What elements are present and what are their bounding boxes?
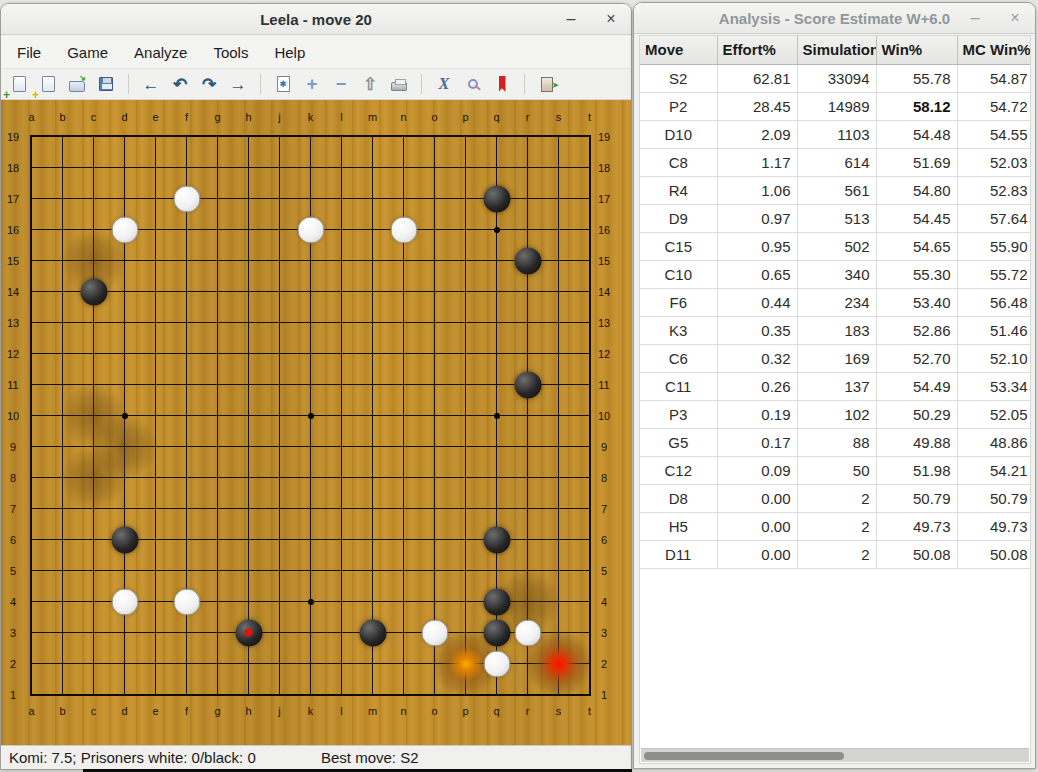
board-point-p8[interactable]	[450, 462, 481, 493]
board-point-g10[interactable]	[202, 400, 233, 431]
board-point-r5[interactable]	[512, 555, 543, 586]
board-point-l9[interactable]	[326, 431, 357, 462]
board-point-h9[interactable]	[233, 431, 264, 462]
board-point-p15[interactable]	[450, 245, 481, 276]
board-point-n8[interactable]	[388, 462, 419, 493]
board-point-g6[interactable]	[202, 524, 233, 555]
board-point-d14[interactable]	[109, 276, 140, 307]
board-point-c4[interactable]	[78, 586, 109, 617]
board-point-p19[interactable]	[450, 121, 481, 152]
board-point-h8[interactable]	[233, 462, 264, 493]
board-point-n5[interactable]	[388, 555, 419, 586]
board-point-h16[interactable]	[233, 214, 264, 245]
board-point-d16[interactable]	[109, 214, 140, 245]
board-point-a10[interactable]	[16, 400, 47, 431]
board-point-n6[interactable]	[388, 524, 419, 555]
analysis-row-d10[interactable]: D102.09110354.4854.55	[640, 120, 1031, 148]
board-point-p9[interactable]	[450, 431, 481, 462]
board-point-e8[interactable]	[140, 462, 171, 493]
minimize-button[interactable]: –	[967, 9, 983, 27]
board-point-q9[interactable]	[481, 431, 512, 462]
board-point-l3[interactable]	[326, 617, 357, 648]
board-point-k14[interactable]	[295, 276, 326, 307]
board-point-p7[interactable]	[450, 493, 481, 524]
board-point-k19[interactable]	[295, 121, 326, 152]
analysis-row-c15[interactable]: C150.9550254.6555.90	[640, 232, 1031, 260]
board-point-k4[interactable]	[295, 586, 326, 617]
board-point-q12[interactable]	[481, 338, 512, 369]
board-point-n10[interactable]	[388, 400, 419, 431]
board-point-p14[interactable]	[450, 276, 481, 307]
board-point-b17[interactable]	[47, 183, 78, 214]
board-point-o10[interactable]	[419, 400, 450, 431]
board-point-g8[interactable]	[202, 462, 233, 493]
board-point-f18[interactable]	[171, 152, 202, 183]
board-point-r8[interactable]	[512, 462, 543, 493]
board-point-q13[interactable]	[481, 307, 512, 338]
board-point-r14[interactable]	[512, 276, 543, 307]
board-point-a5[interactable]	[16, 555, 47, 586]
board-point-m18[interactable]	[357, 152, 388, 183]
board-point-s10[interactable]	[543, 400, 574, 431]
close-button[interactable]: ×	[603, 10, 619, 28]
board-point-o3[interactable]	[419, 617, 450, 648]
board-point-b13[interactable]	[47, 307, 78, 338]
board-point-f10[interactable]	[171, 400, 202, 431]
zoom-in-icon[interactable]: +	[300, 72, 324, 96]
board-point-s11[interactable]	[543, 369, 574, 400]
column-header-win[interactable]: Win%	[876, 36, 957, 64]
board-point-a8[interactable]	[16, 462, 47, 493]
board-point-n18[interactable]	[388, 152, 419, 183]
board-point-f15[interactable]	[171, 245, 202, 276]
board-point-a19[interactable]	[16, 121, 47, 152]
board-point-c10[interactable]	[78, 400, 109, 431]
board-point-b2[interactable]	[47, 648, 78, 679]
board-point-q19[interactable]	[481, 121, 512, 152]
analysis-row-c6[interactable]: C60.3216952.7052.10	[640, 344, 1031, 372]
board-point-g19[interactable]	[202, 121, 233, 152]
board-point-m6[interactable]	[357, 524, 388, 555]
board-point-q2[interactable]	[481, 648, 512, 679]
board-point-e11[interactable]	[140, 369, 171, 400]
board-point-d6[interactable]	[109, 524, 140, 555]
board-point-m11[interactable]	[357, 369, 388, 400]
board-point-c15[interactable]	[78, 245, 109, 276]
board-point-b7[interactable]	[47, 493, 78, 524]
board-point-j6[interactable]	[264, 524, 295, 555]
board-point-h14[interactable]	[233, 276, 264, 307]
board-point-l16[interactable]	[326, 214, 357, 245]
board-point-n12[interactable]	[388, 338, 419, 369]
open-file-icon[interactable]	[65, 72, 89, 96]
board-point-j19[interactable]	[264, 121, 295, 152]
board-point-f8[interactable]	[171, 462, 202, 493]
board-point-f12[interactable]	[171, 338, 202, 369]
board-point-g3[interactable]	[202, 617, 233, 648]
board-point-k16[interactable]	[295, 214, 326, 245]
board-point-n15[interactable]	[388, 245, 419, 276]
board-point-e3[interactable]	[140, 617, 171, 648]
board-point-f16[interactable]	[171, 214, 202, 245]
board-point-e19[interactable]	[140, 121, 171, 152]
board-point-k11[interactable]	[295, 369, 326, 400]
board-point-r10[interactable]	[512, 400, 543, 431]
board-point-d17[interactable]	[109, 183, 140, 214]
board-point-m19[interactable]	[357, 121, 388, 152]
board-point-k3[interactable]	[295, 617, 326, 648]
board-point-g18[interactable]	[202, 152, 233, 183]
board-point-a15[interactable]	[16, 245, 47, 276]
board-point-c2[interactable]	[78, 648, 109, 679]
board-point-s15[interactable]	[543, 245, 574, 276]
board-point-s19[interactable]	[543, 121, 574, 152]
board-point-o2[interactable]	[419, 648, 450, 679]
board-point-l4[interactable]	[326, 586, 357, 617]
board-point-n11[interactable]	[388, 369, 419, 400]
board-point-n2[interactable]	[388, 648, 419, 679]
board-point-o15[interactable]	[419, 245, 450, 276]
redo-move-icon[interactable]: ↷	[197, 72, 221, 96]
board-point-e15[interactable]	[140, 245, 171, 276]
close-button[interactable]: ×	[1007, 9, 1023, 27]
board-point-l11[interactable]	[326, 369, 357, 400]
board-point-p5[interactable]	[450, 555, 481, 586]
board-point-m13[interactable]	[357, 307, 388, 338]
board-point-l6[interactable]	[326, 524, 357, 555]
board-point-b19[interactable]	[47, 121, 78, 152]
board-point-c14[interactable]	[78, 276, 109, 307]
board-point-d8[interactable]	[109, 462, 140, 493]
analysis-row-p2[interactable]: P228.451498958.1254.72	[640, 92, 1031, 120]
board-point-e18[interactable]	[140, 152, 171, 183]
go-board-grid[interactable]	[16, 121, 605, 710]
analysis-row-g5[interactable]: G50.178849.8848.86	[640, 428, 1031, 456]
board-point-s17[interactable]	[543, 183, 574, 214]
board-point-e7[interactable]	[140, 493, 171, 524]
board-point-f14[interactable]	[171, 276, 202, 307]
board-point-h18[interactable]	[233, 152, 264, 183]
board-point-o11[interactable]	[419, 369, 450, 400]
board-point-q4[interactable]	[481, 586, 512, 617]
board-point-o9[interactable]	[419, 431, 450, 462]
board-point-a6[interactable]	[16, 524, 47, 555]
menu-game[interactable]: Game	[55, 39, 120, 66]
board-point-k6[interactable]	[295, 524, 326, 555]
board-point-r12[interactable]	[512, 338, 543, 369]
board-point-s18[interactable]	[543, 152, 574, 183]
board-point-q6[interactable]	[481, 524, 512, 555]
board-point-h3[interactable]	[233, 617, 264, 648]
board-point-r7[interactable]	[512, 493, 543, 524]
board-point-o8[interactable]	[419, 462, 450, 493]
scrollbar-thumb[interactable]	[644, 752, 844, 760]
column-header-simulations[interactable]: Simulations	[797, 36, 876, 64]
pass-move-icon[interactable]: ⇧	[358, 72, 382, 96]
board-point-j3[interactable]	[264, 617, 295, 648]
board-point-d4[interactable]	[109, 586, 140, 617]
board-point-f4[interactable]	[171, 586, 202, 617]
board-point-b6[interactable]	[47, 524, 78, 555]
board-point-m14[interactable]	[357, 276, 388, 307]
board-point-s9[interactable]	[543, 431, 574, 462]
print-icon[interactable]	[387, 72, 411, 96]
save-file-icon[interactable]	[94, 72, 118, 96]
board-point-m4[interactable]	[357, 586, 388, 617]
board-point-j9[interactable]	[264, 431, 295, 462]
board-point-r16[interactable]	[512, 214, 543, 245]
board-point-d5[interactable]	[109, 555, 140, 586]
board-point-a9[interactable]	[16, 431, 47, 462]
board-point-j16[interactable]	[264, 214, 295, 245]
board-point-b18[interactable]	[47, 152, 78, 183]
board-point-e10[interactable]	[140, 400, 171, 431]
board-point-g16[interactable]	[202, 214, 233, 245]
jump-to-start-icon[interactable]: ←	[139, 72, 163, 96]
board-point-c9[interactable]	[78, 431, 109, 462]
horizontal-scrollbar[interactable]	[641, 748, 1029, 762]
board-point-q15[interactable]	[481, 245, 512, 276]
board-point-h2[interactable]	[233, 648, 264, 679]
board-point-f19[interactable]	[171, 121, 202, 152]
analysis-row-r4[interactable]: R41.0656154.8052.83	[640, 176, 1031, 204]
board-point-o6[interactable]	[419, 524, 450, 555]
board-point-q8[interactable]	[481, 462, 512, 493]
board-point-s12[interactable]	[543, 338, 574, 369]
board-point-s5[interactable]	[543, 555, 574, 586]
board-point-d13[interactable]	[109, 307, 140, 338]
board-point-b9[interactable]	[47, 431, 78, 462]
board-point-n14[interactable]	[388, 276, 419, 307]
board-point-g11[interactable]	[202, 369, 233, 400]
board-point-d19[interactable]	[109, 121, 140, 152]
board-point-m5[interactable]	[357, 555, 388, 586]
board-point-j4[interactable]	[264, 586, 295, 617]
board-point-h5[interactable]	[233, 555, 264, 586]
board-point-q16[interactable]	[481, 214, 512, 245]
board-point-p11[interactable]	[450, 369, 481, 400]
board-point-q5[interactable]	[481, 555, 512, 586]
board-point-r17[interactable]	[512, 183, 543, 214]
board-point-q17[interactable]	[481, 183, 512, 214]
board-point-a2[interactable]	[16, 648, 47, 679]
board-point-c13[interactable]	[78, 307, 109, 338]
board-point-k5[interactable]	[295, 555, 326, 586]
board-point-p4[interactable]	[450, 586, 481, 617]
board-point-l2[interactable]	[326, 648, 357, 679]
board-point-o13[interactable]	[419, 307, 450, 338]
board-point-n16[interactable]	[388, 214, 419, 245]
board-point-h19[interactable]	[233, 121, 264, 152]
analysis-row-c10[interactable]: C100.6534055.3055.72	[640, 260, 1031, 288]
board-point-f3[interactable]	[171, 617, 202, 648]
board-point-o7[interactable]	[419, 493, 450, 524]
board-point-c18[interactable]	[78, 152, 109, 183]
board-point-b12[interactable]	[47, 338, 78, 369]
board-point-c17[interactable]	[78, 183, 109, 214]
jump-to-end-icon[interactable]: →	[226, 72, 250, 96]
board-point-j18[interactable]	[264, 152, 295, 183]
board-point-g9[interactable]	[202, 431, 233, 462]
board-point-m3[interactable]	[357, 617, 388, 648]
board-point-m17[interactable]	[357, 183, 388, 214]
board-point-a12[interactable]	[16, 338, 47, 369]
board-point-c5[interactable]	[78, 555, 109, 586]
board-point-b15[interactable]	[47, 245, 78, 276]
board-point-l12[interactable]	[326, 338, 357, 369]
board-point-m7[interactable]	[357, 493, 388, 524]
board-point-e12[interactable]	[140, 338, 171, 369]
board-point-h17[interactable]	[233, 183, 264, 214]
go-board[interactable]: aabbccddeeffgghhjjkkllmmnnooppqqrrsstt19…	[1, 100, 631, 745]
board-point-p13[interactable]	[450, 307, 481, 338]
board-point-b3[interactable]	[47, 617, 78, 648]
board-point-j13[interactable]	[264, 307, 295, 338]
board-point-f6[interactable]	[171, 524, 202, 555]
resign-icon[interactable]: X	[432, 72, 456, 96]
board-point-s16[interactable]	[543, 214, 574, 245]
board-point-g12[interactable]	[202, 338, 233, 369]
board-point-j2[interactable]	[264, 648, 295, 679]
board-point-q11[interactable]	[481, 369, 512, 400]
board-point-k9[interactable]	[295, 431, 326, 462]
undo-move-icon[interactable]: ↶	[168, 72, 192, 96]
board-point-p2[interactable]	[450, 648, 481, 679]
board-point-a14[interactable]	[16, 276, 47, 307]
analysis-row-d11[interactable]: D110.00250.0850.08	[640, 540, 1031, 568]
board-point-j7[interactable]	[264, 493, 295, 524]
board-point-o19[interactable]	[419, 121, 450, 152]
board-point-p12[interactable]	[450, 338, 481, 369]
board-point-f2[interactable]	[171, 648, 202, 679]
analysis-row-c12[interactable]: C120.095051.9854.21	[640, 456, 1031, 484]
board-point-h15[interactable]	[233, 245, 264, 276]
board-point-d9[interactable]	[109, 431, 140, 462]
board-point-d2[interactable]	[109, 648, 140, 679]
board-point-e16[interactable]	[140, 214, 171, 245]
board-point-c3[interactable]	[78, 617, 109, 648]
board-point-p3[interactable]	[450, 617, 481, 648]
board-point-f5[interactable]	[171, 555, 202, 586]
board-point-g15[interactable]	[202, 245, 233, 276]
board-point-o17[interactable]	[419, 183, 450, 214]
board-point-l18[interactable]	[326, 152, 357, 183]
board-point-r19[interactable]	[512, 121, 543, 152]
board-point-g13[interactable]	[202, 307, 233, 338]
minimize-button[interactable]: –	[563, 10, 579, 28]
board-point-n17[interactable]	[388, 183, 419, 214]
analysis-row-f6[interactable]: F60.4423453.4056.48	[640, 288, 1031, 316]
board-point-k17[interactable]	[295, 183, 326, 214]
board-point-j11[interactable]	[264, 369, 295, 400]
analysis-row-d8[interactable]: D80.00250.7950.79	[640, 484, 1031, 512]
board-point-b10[interactable]	[47, 400, 78, 431]
board-point-h13[interactable]	[233, 307, 264, 338]
board-point-c19[interactable]	[78, 121, 109, 152]
board-point-c12[interactable]	[78, 338, 109, 369]
board-point-m12[interactable]	[357, 338, 388, 369]
board-point-k10[interactable]	[295, 400, 326, 431]
board-point-d18[interactable]	[109, 152, 140, 183]
board-point-l10[interactable]	[326, 400, 357, 431]
board-point-d15[interactable]	[109, 245, 140, 276]
board-point-p17[interactable]	[450, 183, 481, 214]
analysis-row-k3[interactable]: K30.3518352.8651.46	[640, 316, 1031, 344]
board-point-r13[interactable]	[512, 307, 543, 338]
board-point-l14[interactable]	[326, 276, 357, 307]
board-point-q7[interactable]	[481, 493, 512, 524]
board-point-s7[interactable]	[543, 493, 574, 524]
score-analyze-icon[interactable]: ✱	[271, 72, 295, 96]
analysis-row-h5[interactable]: H50.00249.7349.73	[640, 512, 1031, 540]
exit-icon[interactable]	[535, 72, 559, 96]
board-point-a7[interactable]	[16, 493, 47, 524]
bookmark-icon[interactable]	[490, 72, 514, 96]
analysis-titlebar[interactable]: Analysis - Score Estimate W+6.0 – ×	[634, 3, 1035, 34]
board-point-q14[interactable]	[481, 276, 512, 307]
board-point-j8[interactable]	[264, 462, 295, 493]
column-header-move[interactable]: Move	[640, 36, 717, 64]
board-point-b4[interactable]	[47, 586, 78, 617]
board-point-r3[interactable]	[512, 617, 543, 648]
board-point-s8[interactable]	[543, 462, 574, 493]
board-point-m10[interactable]	[357, 400, 388, 431]
board-point-m16[interactable]	[357, 214, 388, 245]
board-point-f7[interactable]	[171, 493, 202, 524]
board-point-r15[interactable]	[512, 245, 543, 276]
board-point-g2[interactable]	[202, 648, 233, 679]
board-point-r6[interactable]	[512, 524, 543, 555]
board-point-e4[interactable]	[140, 586, 171, 617]
board-point-g14[interactable]	[202, 276, 233, 307]
leela-titlebar[interactable]: Leela - move 20 – ×	[1, 4, 631, 35]
analysis-row-c11[interactable]: C110.2613754.4953.34	[640, 372, 1031, 400]
new-variation-icon[interactable]: +	[36, 72, 60, 96]
board-point-c6[interactable]	[78, 524, 109, 555]
board-point-j10[interactable]	[264, 400, 295, 431]
board-point-r2[interactable]	[512, 648, 543, 679]
board-point-a13[interactable]	[16, 307, 47, 338]
board-point-p6[interactable]	[450, 524, 481, 555]
board-point-q18[interactable]	[481, 152, 512, 183]
board-point-k13[interactable]	[295, 307, 326, 338]
board-point-r4[interactable]	[512, 586, 543, 617]
board-point-l13[interactable]	[326, 307, 357, 338]
board-point-a4[interactable]	[16, 586, 47, 617]
board-point-a3[interactable]	[16, 617, 47, 648]
board-point-b16[interactable]	[47, 214, 78, 245]
board-point-m2[interactable]	[357, 648, 388, 679]
board-point-b5[interactable]	[47, 555, 78, 586]
board-point-h4[interactable]	[233, 586, 264, 617]
board-point-o14[interactable]	[419, 276, 450, 307]
menu-tools[interactable]: Tools	[201, 39, 260, 66]
analysis-row-p3[interactable]: P30.1910250.2952.05	[640, 400, 1031, 428]
board-point-p10[interactable]	[450, 400, 481, 431]
board-point-e9[interactable]	[140, 431, 171, 462]
board-point-a17[interactable]	[16, 183, 47, 214]
board-point-d12[interactable]	[109, 338, 140, 369]
menu-file[interactable]: File	[5, 39, 53, 66]
board-point-j14[interactable]	[264, 276, 295, 307]
board-point-a16[interactable]	[16, 214, 47, 245]
board-point-e6[interactable]	[140, 524, 171, 555]
board-point-r18[interactable]	[512, 152, 543, 183]
board-point-o12[interactable]	[419, 338, 450, 369]
board-point-r9[interactable]	[512, 431, 543, 462]
board-point-d7[interactable]	[109, 493, 140, 524]
board-point-l8[interactable]	[326, 462, 357, 493]
